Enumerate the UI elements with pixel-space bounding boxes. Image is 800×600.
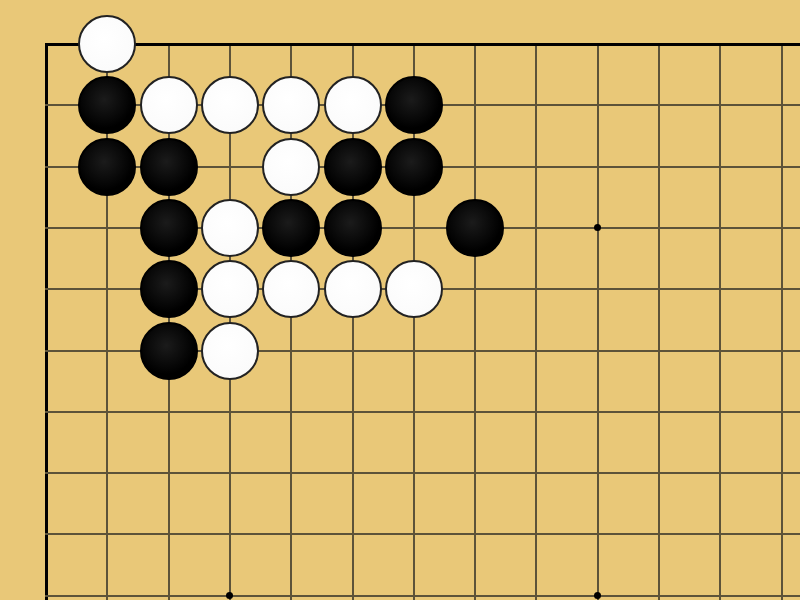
grid-line-vertical bbox=[719, 43, 721, 600]
goban[interactable] bbox=[0, 0, 800, 600]
black-stone bbox=[140, 322, 198, 380]
grid-line-vertical bbox=[781, 43, 783, 600]
white-stone bbox=[201, 260, 259, 318]
white-stone bbox=[140, 76, 198, 134]
grid-line-horizontal bbox=[45, 595, 800, 597]
white-stone bbox=[262, 76, 320, 134]
star-point bbox=[594, 224, 601, 231]
grid-line-horizontal bbox=[45, 411, 800, 413]
board-edge-line-top bbox=[45, 43, 800, 46]
white-stone bbox=[262, 138, 320, 196]
white-stone bbox=[201, 76, 259, 134]
go-diagram bbox=[0, 0, 800, 600]
star-point bbox=[594, 592, 601, 599]
star-point bbox=[226, 592, 233, 599]
white-stone bbox=[201, 199, 259, 257]
black-stone bbox=[446, 199, 504, 257]
grid-line-vertical bbox=[597, 43, 599, 600]
grid-line-vertical bbox=[474, 43, 476, 600]
black-stone bbox=[140, 138, 198, 196]
black-stone bbox=[140, 199, 198, 257]
white-stone bbox=[201, 322, 259, 380]
white-stone bbox=[324, 260, 382, 318]
white-stone bbox=[385, 260, 443, 318]
grid-line-horizontal bbox=[45, 533, 800, 535]
board-edge-line-left bbox=[45, 43, 48, 600]
white-stone bbox=[262, 260, 320, 318]
white-stone bbox=[324, 76, 382, 134]
black-stone bbox=[78, 76, 136, 134]
grid-line-horizontal bbox=[45, 472, 800, 474]
black-stone bbox=[78, 138, 136, 196]
black-stone bbox=[324, 199, 382, 257]
grid-line-vertical bbox=[658, 43, 660, 600]
white-stone bbox=[78, 15, 136, 73]
black-stone bbox=[385, 138, 443, 196]
grid-line-vertical bbox=[535, 43, 537, 600]
black-stone bbox=[262, 199, 320, 257]
black-stone bbox=[385, 76, 443, 134]
black-stone bbox=[324, 138, 382, 196]
black-stone bbox=[140, 260, 198, 318]
